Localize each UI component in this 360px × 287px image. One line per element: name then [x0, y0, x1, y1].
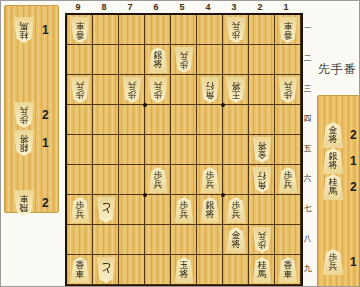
square-9-2[interactable]	[67, 45, 93, 75]
file-label-6: 6	[143, 2, 169, 12]
square-7-8[interactable]	[119, 225, 145, 255]
piece-kanji: 将	[154, 60, 163, 70]
rank-label-2: 二	[301, 53, 314, 64]
piece-kanji: 車	[76, 270, 85, 280]
hand-count: 1	[350, 154, 357, 168]
piece-kanji: 歩	[180, 60, 189, 70]
piece-kanji: 兵	[154, 81, 163, 91]
square-1-4[interactable]	[275, 105, 301, 135]
square-2-1[interactable]	[249, 15, 275, 45]
sente-hand-金将[interactable]: 金将2	[318, 122, 359, 149]
piece-kanji: 兵	[284, 81, 293, 91]
file-label-8: 8	[91, 2, 117, 12]
piece-kanji: 将	[232, 240, 241, 250]
square-2-2[interactable]	[249, 45, 275, 75]
piece-kanji: 将	[329, 135, 338, 145]
piece-kanji: 馬	[258, 270, 267, 280]
rank-label-1: 一	[301, 23, 314, 34]
piece-kanji: 車	[284, 21, 293, 31]
gote-hand-歩兵[interactable]: 歩兵2	[5, 102, 58, 129]
piece-kanji: 車	[76, 21, 85, 31]
piece-kanji: 馬	[20, 21, 29, 31]
piece-kanji: 将	[20, 134, 29, 144]
square-6-5[interactable]	[145, 135, 171, 165]
hand-count: 1	[42, 136, 49, 150]
rank-label-8: 八	[301, 233, 314, 244]
hoshi-dot	[221, 103, 225, 107]
shogi-app-window: 桂馬1歩兵2銀将1飛車2 987654321 香車歩兵香車銀将歩兵歩兵歩兵歩兵角…	[0, 0, 360, 287]
piece-kanji: と	[100, 265, 112, 275]
square-7-5[interactable]	[119, 135, 145, 165]
piece-kanji: 兵	[284, 180, 293, 190]
piece-kanji: 歩	[284, 90, 293, 100]
square-7-7[interactable]	[119, 195, 145, 225]
hand-count: 1	[42, 23, 49, 37]
square-8-2[interactable]	[93, 45, 119, 75]
square-4-1[interactable]	[197, 15, 223, 45]
piece-kanji: 兵	[76, 81, 85, 91]
hoshi-dot	[143, 103, 147, 107]
square-3-9[interactable]	[223, 255, 249, 285]
hand-count: 2	[42, 108, 49, 122]
piece-kanji: 飛	[20, 203, 29, 213]
square-9-5[interactable]	[67, 135, 93, 165]
square-2-7[interactable]	[249, 195, 275, 225]
rank-label-6: 六	[301, 173, 314, 184]
piece-kanji: 兵	[232, 21, 241, 31]
square-2-4[interactable]	[249, 105, 275, 135]
square-7-4[interactable]	[119, 105, 145, 135]
square-1-8[interactable]	[275, 225, 301, 255]
gote-hand-飛車[interactable]: 飛車2	[5, 190, 58, 217]
square-4-5[interactable]	[197, 135, 223, 165]
square-8-1[interactable]	[93, 15, 119, 45]
square-8-6[interactable]	[93, 165, 119, 195]
square-7-1[interactable]	[119, 15, 145, 45]
piece-kanji: 兵	[76, 210, 85, 220]
rank-label-4: 四	[301, 113, 314, 124]
square-5-8[interactable]	[171, 225, 197, 255]
rank-label-9: 九	[301, 263, 314, 274]
square-6-1[interactable]	[145, 15, 171, 45]
square-5-1[interactable]	[171, 15, 197, 45]
rank-label-3: 三	[301, 83, 314, 94]
piece-kanji: 角	[206, 90, 215, 100]
piece-kanji: 兵	[20, 106, 29, 116]
hand-count: 2	[350, 128, 357, 142]
square-6-9[interactable]	[145, 255, 171, 285]
piece-kanji: 行	[206, 81, 215, 91]
gote-captured-tray: 桂馬1歩兵2銀将1飛車2	[4, 5, 59, 213]
piece-kanji: 香	[284, 30, 293, 40]
piece-kanji: 兵	[258, 231, 267, 241]
file-label-3: 3	[221, 2, 247, 12]
piece-kanji: 兵	[154, 180, 163, 190]
square-5-6[interactable]	[171, 165, 197, 195]
file-label-4: 4	[195, 2, 221, 12]
piece-kanji: 金	[258, 150, 267, 160]
square-9-6[interactable]	[67, 165, 93, 195]
piece-kanji: 銀	[20, 143, 29, 153]
square-5-4[interactable]	[171, 105, 197, 135]
square-4-4[interactable]	[197, 105, 223, 135]
piece-kanji: 歩	[154, 90, 163, 100]
piece-kanji: 歩	[128, 90, 137, 100]
square-5-3[interactable]	[171, 75, 197, 105]
piece-kanji: 王	[232, 90, 241, 100]
piece-kanji: 歩	[76, 90, 85, 100]
hoshi-dot	[221, 193, 225, 197]
hand-count: 1	[350, 255, 357, 269]
square-4-8[interactable]	[197, 225, 223, 255]
square-6-7[interactable]	[145, 195, 171, 225]
square-4-2[interactable]	[197, 45, 223, 75]
piece-kanji: 将	[180, 270, 189, 280]
square-3-6[interactable]	[223, 165, 249, 195]
piece-kanji: 歩	[20, 115, 29, 125]
piece-kanji: 兵	[329, 262, 338, 272]
sente-captured-tray: 金将2銀将1桂馬2歩兵1	[317, 95, 360, 287]
hand-count: 2	[350, 180, 357, 194]
piece-kanji: 将	[206, 210, 215, 220]
rank-label-7: 七	[301, 203, 314, 214]
hand-count: 2	[42, 196, 49, 210]
square-3-5[interactable]	[223, 135, 249, 165]
piece-kanji: 馬	[329, 187, 338, 197]
gote-hand-銀将[interactable]: 銀将1	[5, 130, 58, 157]
piece-kanji: 兵	[128, 81, 137, 91]
piece-kanji: 将	[258, 141, 267, 151]
piece-kanji: と	[100, 205, 112, 215]
file-label-5: 5	[169, 2, 195, 12]
piece-kanji: 兵	[180, 51, 189, 61]
square-9-8[interactable]	[67, 225, 93, 255]
square-3-2[interactable]	[223, 45, 249, 75]
square-6-4[interactable]	[145, 105, 171, 135]
square-8-4[interactable]	[93, 105, 119, 135]
piece-kanji: 行	[258, 171, 267, 181]
piece-kanji: 車	[284, 270, 293, 280]
rank-label-5: 五	[301, 143, 314, 154]
square-4-9[interactable]	[197, 255, 223, 285]
square-8-5[interactable]	[93, 135, 119, 165]
shogi-board[interactable]: 香車歩兵香車銀将歩兵歩兵歩兵歩兵角行王将歩兵金将歩兵歩兵角行歩兵歩兵と歩兵銀将歩…	[65, 13, 303, 287]
piece-kanji: 将	[232, 81, 241, 91]
piece-kanji: 歩	[258, 240, 267, 250]
sente-hand-桂馬[interactable]: 桂馬2	[318, 174, 359, 201]
file-label-1: 1	[273, 2, 299, 12]
square-3-4[interactable]	[223, 105, 249, 135]
piece-kanji: 香	[76, 30, 85, 40]
piece-kanji: 兵	[206, 180, 215, 190]
turn-indicator: 先手番	[318, 61, 360, 78]
piece-kanji: 兵	[180, 210, 189, 220]
piece-kanji: 桂	[20, 30, 29, 40]
gote-hand-桂馬[interactable]: 桂馬1	[5, 17, 58, 44]
piece-kanji: 将	[329, 161, 338, 171]
square-7-9[interactable]	[119, 255, 145, 285]
square-7-2[interactable]	[119, 45, 145, 75]
file-label-2: 2	[247, 2, 273, 12]
file-label-9: 9	[65, 2, 91, 12]
square-2-3[interactable]	[249, 75, 275, 105]
piece-kanji: 歩	[232, 30, 241, 40]
square-1-7[interactable]	[275, 195, 301, 225]
square-7-6[interactable]	[119, 165, 145, 195]
sente-hand-歩兵[interactable]: 歩兵1	[318, 249, 359, 276]
square-9-4[interactable]	[67, 105, 93, 135]
square-6-8[interactable]	[145, 225, 171, 255]
piece-kanji: 兵	[232, 210, 241, 220]
sente-hand-銀将[interactable]: 銀将1	[318, 148, 359, 175]
square-8-3[interactable]	[93, 75, 119, 105]
square-5-5[interactable]	[171, 135, 197, 165]
square-1-2[interactable]	[275, 45, 301, 75]
square-8-8[interactable]	[93, 225, 119, 255]
file-label-7: 7	[117, 2, 143, 12]
square-1-5[interactable]	[275, 135, 301, 165]
piece-kanji: 角	[258, 180, 267, 190]
hoshi-dot	[143, 193, 147, 197]
piece-kanji: 車	[20, 194, 29, 204]
